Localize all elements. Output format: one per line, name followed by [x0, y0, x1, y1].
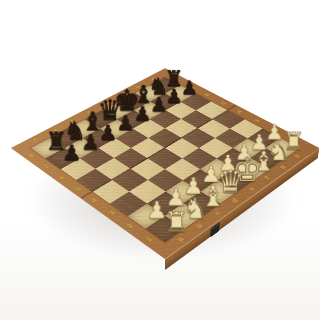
coord-rank-6: 6 — [58, 175, 67, 181]
coord-rank-4: 4 — [91, 198, 100, 204]
product-photo: abcdefgh hgfedcba 87654321 87654321 ♜♞♝♛… — [0, 0, 320, 320]
coord-rank-3: 3 — [108, 210, 117, 216]
coord-rank-2: 2 — [126, 223, 135, 230]
coord-file-a: a — [176, 236, 186, 243]
coord-rank-5: 5 — [74, 186, 83, 192]
coord-rank-5: 5 — [220, 101, 228, 105]
coord-rank-7: 7 — [43, 164, 51, 169]
coord-rank-8: 8 — [28, 154, 36, 159]
black-pawn[interactable]: ♟ — [53, 143, 90, 165]
coord-rank-4: 4 — [236, 110, 244, 114]
coord-rank-1: 1 — [145, 236, 155, 243]
white-rook[interactable]: ♜ — [156, 209, 198, 237]
